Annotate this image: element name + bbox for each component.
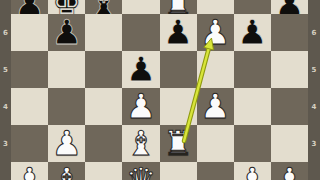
square-b2[interactable]: ♝	[48, 162, 85, 180]
square-g6[interactable]: ♟	[234, 14, 271, 51]
square-g4[interactable]	[234, 88, 271, 125]
square-c4[interactable]	[85, 88, 122, 125]
square-c7[interactable]: ♝	[85, 0, 122, 14]
rank-label-3: 3	[308, 140, 320, 148]
piece-black-pawn-g6[interactable]: ♟	[234, 14, 271, 51]
rank-labels-right: 6543	[308, 0, 320, 180]
piece-white-pawn-b3[interactable]: ♟	[48, 125, 85, 162]
square-c3[interactable]	[85, 125, 122, 162]
square-e2[interactable]	[160, 162, 197, 180]
square-c5[interactable]	[85, 51, 122, 88]
rank-label-4: 4	[308, 103, 320, 111]
square-h4[interactable]	[271, 88, 308, 125]
square-e4[interactable]	[160, 88, 197, 125]
chess-board[interactable]: ♟♚♝♜♟♟♟♟♟♟♟♟♟♝♜♟♝♛♟♟	[11, 0, 308, 180]
square-h5[interactable]	[271, 51, 308, 88]
square-a5[interactable]	[11, 51, 48, 88]
square-b5[interactable]	[48, 51, 85, 88]
piece-white-pawn-f4[interactable]: ♟	[197, 88, 234, 125]
rank-label-6: 6	[308, 29, 320, 37]
square-g2[interactable]: ♟	[234, 162, 271, 180]
rank-label-4: 4	[0, 103, 11, 111]
square-b6[interactable]: ♟	[48, 14, 85, 51]
square-a4[interactable]	[11, 88, 48, 125]
piece-white-pawn-f6[interactable]: ♟	[197, 14, 234, 51]
rank-label-6: 6	[0, 29, 11, 37]
piece-white-rook-e3[interactable]: ♜	[160, 125, 197, 162]
chess-diagram: ♟♚♝♜♟♟♟♟♟♟♟♟♟♝♜♟♝♛♟♟ 6543 6543	[0, 0, 320, 180]
square-b4[interactable]	[48, 88, 85, 125]
piece-black-pawn-e6[interactable]: ♟	[160, 14, 197, 51]
square-d7[interactable]	[122, 0, 159, 14]
rank-label-5: 5	[308, 66, 320, 74]
square-d3[interactable]: ♝	[122, 125, 159, 162]
square-f6[interactable]: ♟	[197, 14, 234, 51]
square-e5[interactable]	[160, 51, 197, 88]
piece-white-pawn-h2[interactable]: ♟	[271, 162, 308, 180]
square-a3[interactable]	[11, 125, 48, 162]
piece-black-pawn-b6[interactable]: ♟	[48, 14, 85, 51]
piece-white-queen-d2[interactable]: ♛	[122, 162, 159, 180]
piece-black-pawn-d5[interactable]: ♟	[122, 51, 159, 88]
square-a6[interactable]	[11, 14, 48, 51]
square-h3[interactable]	[271, 125, 308, 162]
square-h2[interactable]: ♟	[271, 162, 308, 180]
square-a7[interactable]: ♟	[11, 0, 48, 14]
piece-white-bishop-d3[interactable]: ♝	[122, 125, 159, 162]
piece-white-pawn-a2[interactable]: ♟	[11, 162, 48, 180]
square-g5[interactable]	[234, 51, 271, 88]
square-d5[interactable]: ♟	[122, 51, 159, 88]
square-d4[interactable]: ♟	[122, 88, 159, 125]
square-f2[interactable]	[197, 162, 234, 180]
square-f4[interactable]: ♟	[197, 88, 234, 125]
square-h7[interactable]: ♟	[271, 0, 308, 14]
square-e6[interactable]: ♟	[160, 14, 197, 51]
square-g3[interactable]	[234, 125, 271, 162]
square-c6[interactable]	[85, 14, 122, 51]
square-f3[interactable]	[197, 125, 234, 162]
square-h6[interactable]	[271, 14, 308, 51]
square-f5[interactable]	[197, 51, 234, 88]
rank-label-3: 3	[0, 140, 11, 148]
square-c2[interactable]	[85, 162, 122, 180]
square-a2[interactable]: ♟	[11, 162, 48, 180]
square-b3[interactable]: ♟	[48, 125, 85, 162]
piece-white-bishop-b2[interactable]: ♝	[48, 162, 85, 180]
square-d6[interactable]	[122, 14, 159, 51]
piece-white-pawn-d4[interactable]: ♟	[122, 88, 159, 125]
rank-label-5: 5	[0, 66, 11, 74]
rank-labels-left: 6543	[0, 0, 11, 180]
square-d2[interactable]: ♛	[122, 162, 159, 180]
square-e3[interactable]: ♜	[160, 125, 197, 162]
piece-white-pawn-g2[interactable]: ♟	[234, 162, 271, 180]
